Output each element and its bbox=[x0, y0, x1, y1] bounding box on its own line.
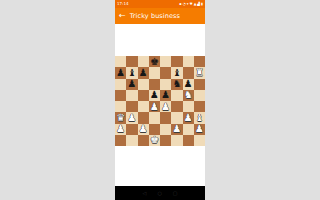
square-c6[interactable] bbox=[138, 79, 149, 90]
square-b2[interactable] bbox=[126, 124, 137, 135]
square-h7[interactable]: ♜ bbox=[194, 67, 205, 78]
piece-black-pawn: ♟ bbox=[161, 90, 170, 100]
square-c4[interactable] bbox=[138, 101, 149, 112]
piece-black-pawn: ♟ bbox=[150, 90, 159, 100]
back-arrow-icon[interactable]: ← bbox=[119, 8, 126, 24]
notification-circle-icon: ◔ bbox=[183, 0, 186, 8]
square-a4[interactable] bbox=[115, 101, 126, 112]
status-time: 17:14 bbox=[117, 0, 129, 8]
square-d4[interactable]: ♟ bbox=[149, 101, 160, 112]
square-f4[interactable] bbox=[171, 101, 182, 112]
square-c3[interactable] bbox=[138, 112, 149, 123]
nav-back-icon[interactable]: ◁ bbox=[143, 186, 147, 200]
square-a2[interactable]: ♟ bbox=[115, 124, 126, 135]
android-nav-bar: ◁○▢ bbox=[115, 186, 205, 200]
square-a8[interactable] bbox=[115, 56, 126, 67]
square-b3[interactable]: ♟ bbox=[126, 112, 137, 123]
piece-white-pawn: ♟ bbox=[195, 124, 204, 134]
square-e6[interactable] bbox=[160, 79, 171, 90]
square-d5[interactable]: ♟ bbox=[149, 90, 160, 101]
page-title: Tricky business bbox=[130, 12, 180, 20]
notification-square-icon: ▪ bbox=[179, 0, 181, 8]
square-g1[interactable] bbox=[183, 135, 194, 146]
square-e3[interactable] bbox=[160, 112, 171, 123]
nav-home-icon[interactable]: ○ bbox=[157, 186, 161, 200]
square-d7[interactable] bbox=[149, 67, 160, 78]
square-b5[interactable] bbox=[126, 90, 137, 101]
chess-board: ♚♟♝♟♝♜♟♞♟♟♟♞♟♟♛♟♟♝♟♟♟♟♚ bbox=[115, 56, 205, 146]
square-c5[interactable] bbox=[138, 90, 149, 101]
square-d1[interactable]: ♚ bbox=[149, 135, 160, 146]
square-h5[interactable] bbox=[194, 90, 205, 101]
square-h2[interactable]: ♟ bbox=[194, 124, 205, 135]
nav-recents-icon[interactable]: ▢ bbox=[173, 186, 178, 200]
piece-black-pawn: ♟ bbox=[139, 68, 148, 78]
square-f7[interactable]: ♝ bbox=[171, 67, 182, 78]
square-d3[interactable] bbox=[149, 112, 160, 123]
square-f1[interactable] bbox=[171, 135, 182, 146]
square-b7[interactable]: ♝ bbox=[126, 67, 137, 78]
square-f6[interactable]: ♞ bbox=[171, 79, 182, 90]
square-e1[interactable] bbox=[160, 135, 171, 146]
square-f5[interactable] bbox=[171, 90, 182, 101]
square-a6[interactable] bbox=[115, 79, 126, 90]
square-c7[interactable]: ♟ bbox=[138, 67, 149, 78]
square-g7[interactable] bbox=[183, 67, 194, 78]
square-h4[interactable] bbox=[194, 101, 205, 112]
piece-black-king: ♚ bbox=[150, 57, 159, 67]
square-e8[interactable] bbox=[160, 56, 171, 67]
square-a3[interactable]: ♛ bbox=[115, 112, 126, 123]
square-d8[interactable]: ♚ bbox=[149, 56, 160, 67]
piece-white-rook: ♜ bbox=[195, 68, 204, 78]
square-e4[interactable]: ♟ bbox=[160, 101, 171, 112]
square-c8[interactable] bbox=[138, 56, 149, 67]
square-e5[interactable]: ♟ bbox=[160, 90, 171, 101]
piece-white-king: ♚ bbox=[150, 135, 159, 145]
piece-white-pawn: ♟ bbox=[116, 124, 125, 134]
square-b8[interactable] bbox=[126, 56, 137, 67]
square-g8[interactable] bbox=[183, 56, 194, 67]
square-h1[interactable] bbox=[194, 135, 205, 146]
battery-icon: ▮ bbox=[201, 0, 203, 8]
square-e2[interactable] bbox=[160, 124, 171, 135]
square-f2[interactable]: ♟ bbox=[171, 124, 182, 135]
square-b1[interactable] bbox=[126, 135, 137, 146]
notification-mail-icon: ▾ bbox=[187, 0, 189, 8]
square-f8[interactable] bbox=[171, 56, 182, 67]
square-h8[interactable] bbox=[194, 56, 205, 67]
square-d6[interactable] bbox=[149, 79, 160, 90]
square-h3[interactable]: ♝ bbox=[194, 112, 205, 123]
piece-black-bishop: ♝ bbox=[127, 68, 136, 78]
square-b6[interactable]: ♟ bbox=[126, 79, 137, 90]
piece-white-pawn: ♟ bbox=[127, 113, 136, 123]
phone-screen: 17:14 ▪◔▾♥▲▟▮ ← Tricky business ♚♟♝♟♝♜♟♞… bbox=[115, 0, 205, 200]
square-g5[interactable]: ♞ bbox=[183, 90, 194, 101]
wifi-icon: ▲ bbox=[194, 0, 197, 8]
piece-black-pawn: ♟ bbox=[127, 79, 136, 89]
status-bar: 17:14 ▪◔▾♥▲▟▮ bbox=[115, 0, 205, 8]
square-e7[interactable] bbox=[160, 67, 171, 78]
piece-white-pawn: ♟ bbox=[184, 113, 193, 123]
square-a1[interactable] bbox=[115, 135, 126, 146]
heart-icon: ♥ bbox=[190, 0, 193, 8]
square-a5[interactable] bbox=[115, 90, 126, 101]
piece-black-bishop: ♝ bbox=[172, 68, 181, 78]
square-d2[interactable] bbox=[149, 124, 160, 135]
square-g2[interactable] bbox=[183, 124, 194, 135]
piece-white-queen: ♛ bbox=[116, 113, 125, 123]
square-h6[interactable] bbox=[194, 79, 205, 90]
piece-white-pawn: ♟ bbox=[139, 124, 148, 134]
piece-black-knight: ♞ bbox=[172, 79, 181, 89]
piece-white-pawn: ♟ bbox=[172, 124, 181, 134]
piece-white-pawn: ♟ bbox=[161, 102, 170, 112]
square-c2[interactable]: ♟ bbox=[138, 124, 149, 135]
square-g6[interactable]: ♟ bbox=[183, 79, 194, 90]
status-icons: ▪◔▾♥▲▟▮ bbox=[179, 0, 203, 8]
piece-black-pawn: ♟ bbox=[184, 79, 193, 89]
signal-icon: ▟ bbox=[197, 0, 200, 8]
square-f3[interactable] bbox=[171, 112, 182, 123]
square-g3[interactable]: ♟ bbox=[183, 112, 194, 123]
piece-white-pawn: ♟ bbox=[150, 102, 159, 112]
square-b4[interactable] bbox=[126, 101, 137, 112]
piece-white-bishop: ♝ bbox=[195, 113, 204, 123]
app-bar: ← Tricky business bbox=[115, 8, 205, 24]
piece-black-pawn: ♟ bbox=[116, 68, 125, 78]
square-c1[interactable] bbox=[138, 135, 149, 146]
square-g4[interactable] bbox=[183, 101, 194, 112]
piece-white-knight: ♞ bbox=[184, 90, 193, 100]
square-a7[interactable]: ♟ bbox=[115, 67, 126, 78]
